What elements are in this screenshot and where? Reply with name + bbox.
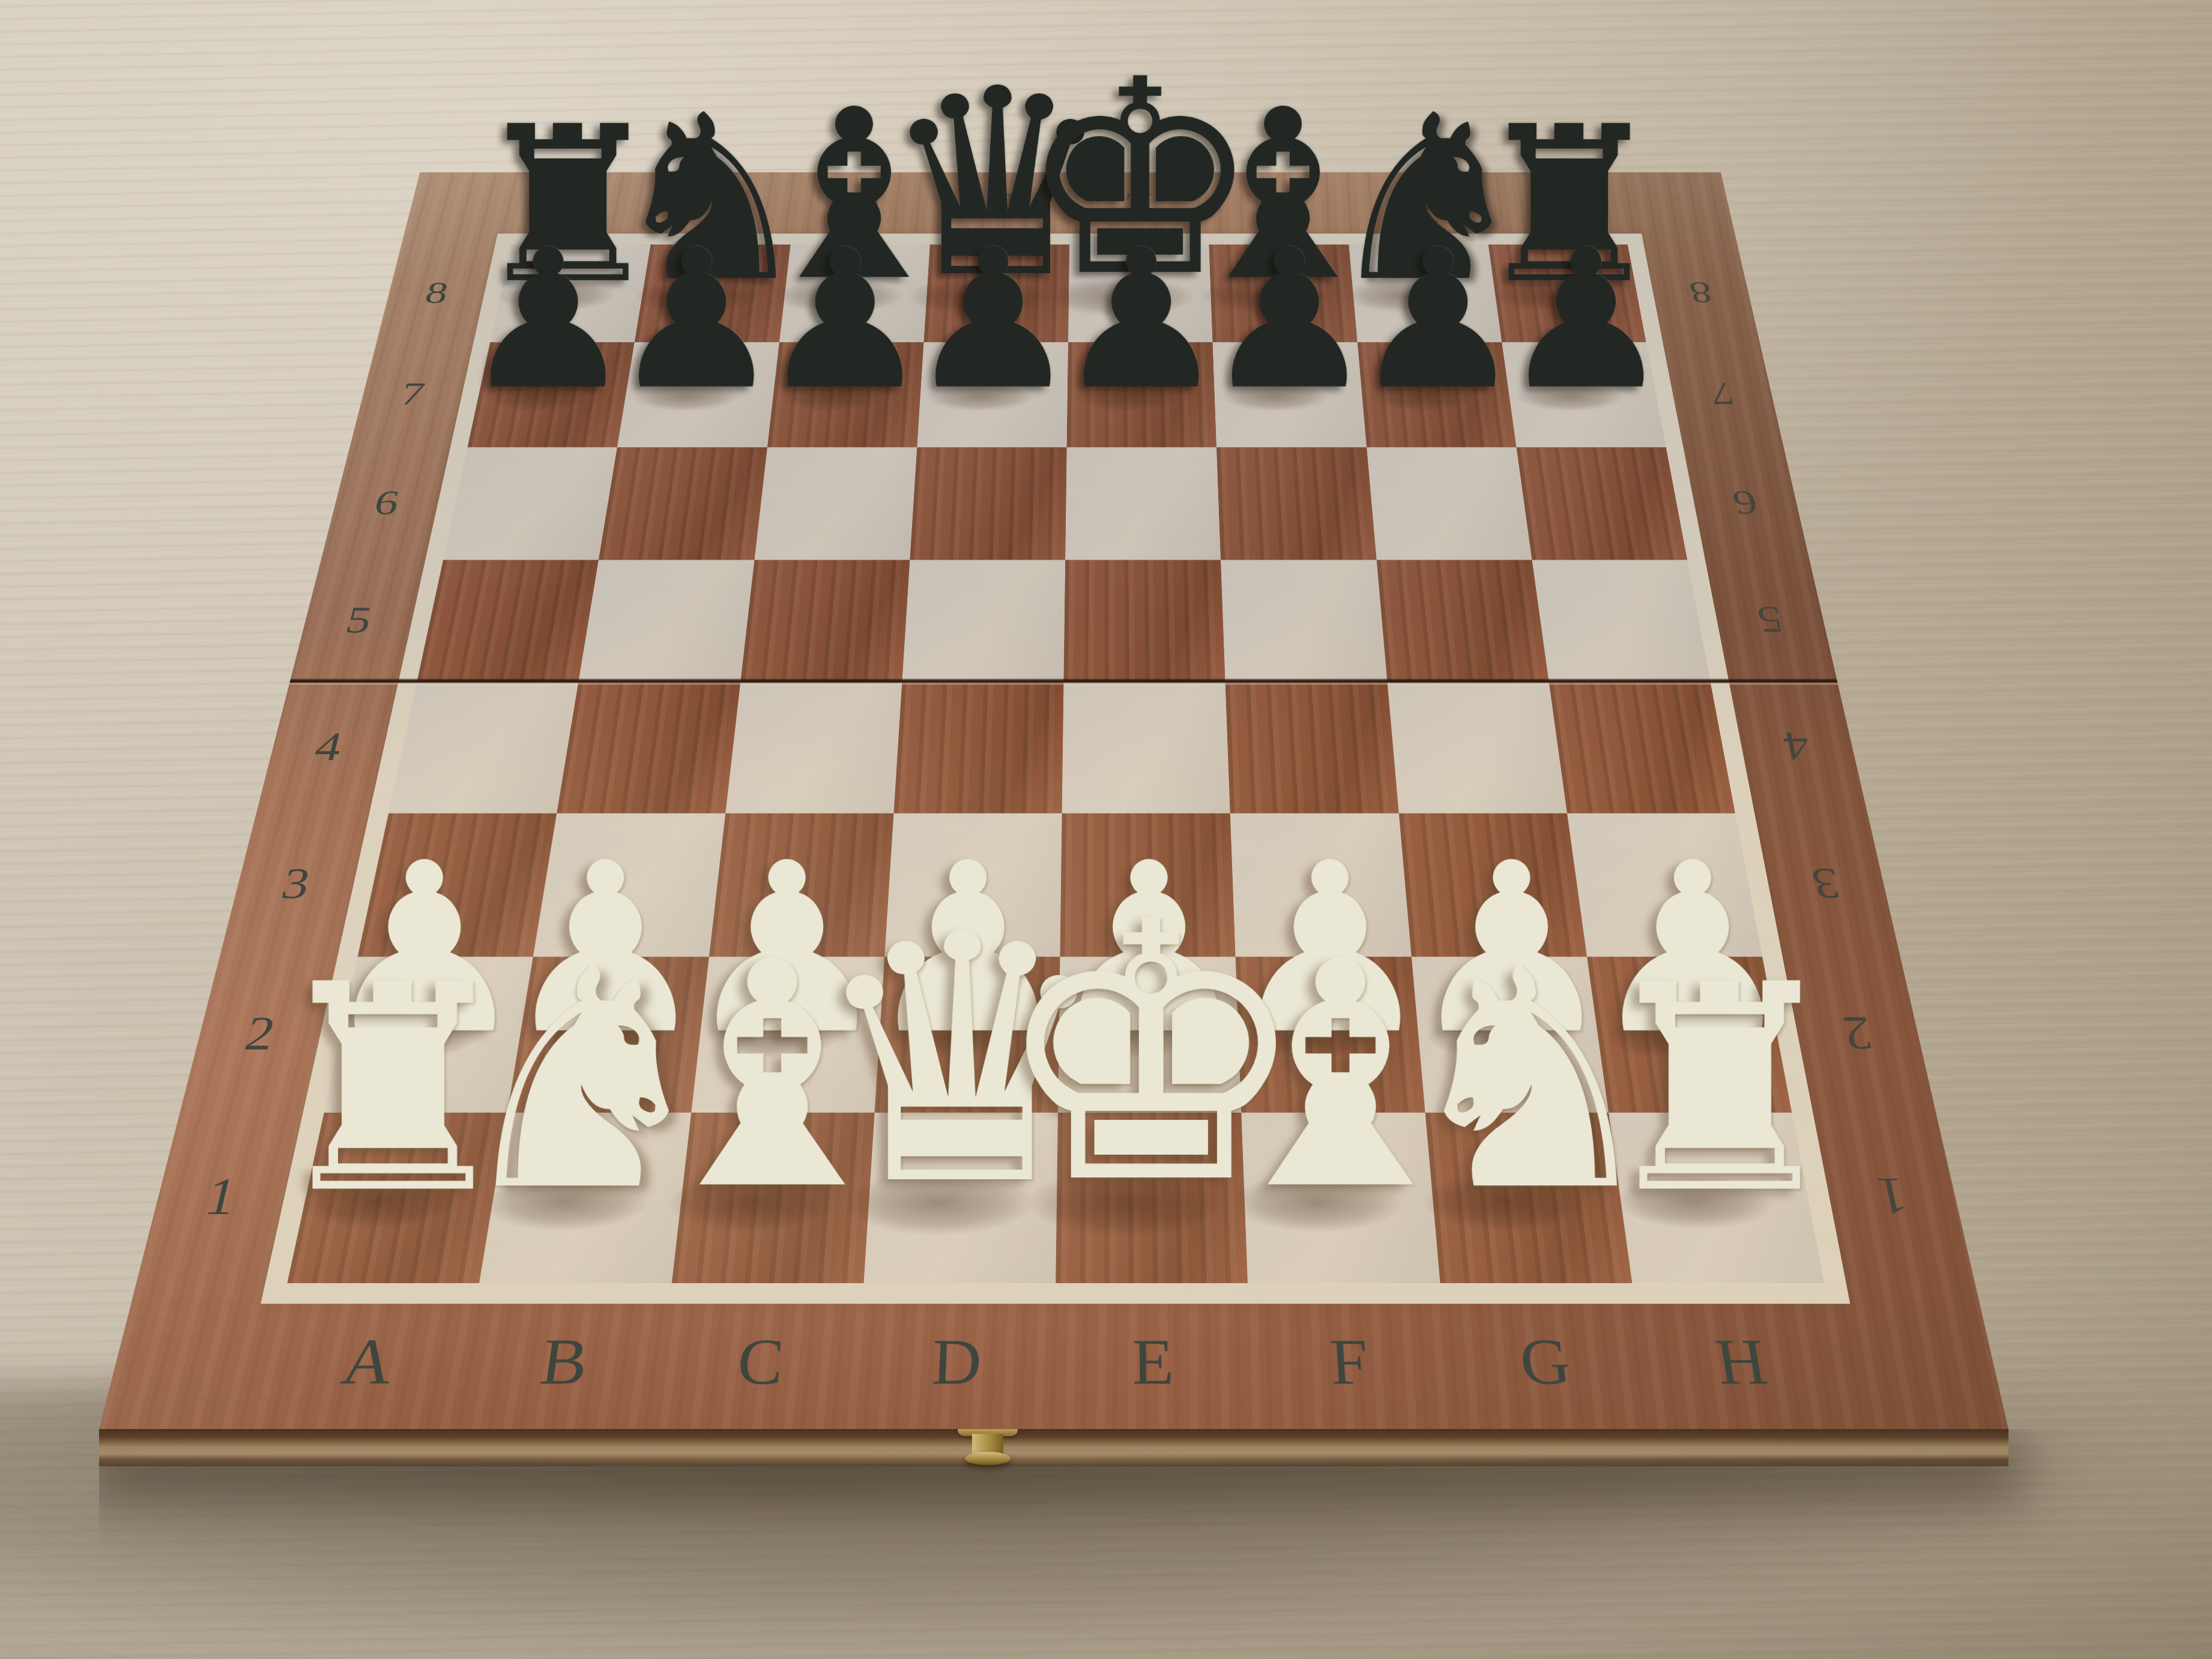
board-square-a5[interactable]	[417, 560, 599, 681]
board-square-e1[interactable]	[1056, 1113, 1248, 1283]
board-square-e8[interactable]	[1068, 244, 1213, 342]
board-square-g6[interactable]	[1367, 447, 1532, 560]
board-square-h2[interactable]	[1587, 956, 1792, 1113]
board-square-g3[interactable]	[1398, 814, 1586, 956]
board-square-d8[interactable]	[923, 244, 1069, 342]
chess-board: AA88BB77CC66DD55EE44FF33GG22HH11 ♜♞♝♛♚♝♞…	[99, 172, 2008, 1429]
board-square-e5[interactable]	[1063, 560, 1225, 681]
clasp-stem	[972, 1434, 1003, 1454]
board-square-h8[interactable]	[1488, 244, 1646, 342]
board-square-d4[interactable]	[893, 681, 1063, 814]
board-square-h5[interactable]	[1532, 560, 1710, 681]
board-square-h4[interactable]	[1549, 681, 1735, 814]
board-square-g8[interactable]	[1349, 244, 1502, 342]
clasp-knob	[965, 1452, 1011, 1465]
board-squares	[287, 244, 1824, 1283]
board-square-d6[interactable]	[910, 447, 1067, 560]
board-square-a4[interactable]	[388, 681, 579, 814]
board-square-f6[interactable]	[1216, 447, 1376, 560]
board-scene: AA88BB77CC66DD55EE44FF33GG22HH11 ♜♞♝♛♚♝♞…	[0, 0, 2212, 1659]
board-square-b5[interactable]	[579, 560, 754, 681]
board-front-edge	[99, 1429, 2008, 1466]
board-square-b7[interactable]	[617, 342, 779, 447]
board-square-b4[interactable]	[557, 681, 740, 814]
board-square-c8[interactable]	[779, 244, 930, 342]
board-square-a1[interactable]	[287, 1113, 507, 1283]
board-square-d7[interactable]	[917, 342, 1068, 447]
board-square-d5[interactable]	[902, 560, 1065, 681]
board-square-c5[interactable]	[740, 560, 910, 681]
board-square-h6[interactable]	[1516, 447, 1687, 560]
board-square-f3[interactable]	[1230, 814, 1411, 956]
board-square-a8[interactable]	[490, 244, 651, 342]
board-square-g4[interactable]	[1387, 681, 1567, 814]
board-square-b2[interactable]	[507, 956, 709, 1113]
board-square-b1[interactable]	[479, 1113, 690, 1283]
board-square-e7[interactable]	[1067, 342, 1217, 447]
board-square-c4[interactable]	[725, 681, 902, 814]
board-square-d3[interactable]	[884, 814, 1062, 956]
table-surface: AA88BB77CC66DD55EE44FF33GG22HH11 ♜♞♝♛♚♝♞…	[0, 0, 2212, 1659]
board-square-g7[interactable]	[1357, 342, 1516, 447]
board-square-c6[interactable]	[754, 447, 917, 560]
board-square-a2[interactable]	[324, 956, 533, 1113]
board-square-b6[interactable]	[599, 447, 767, 560]
board-square-e6[interactable]	[1065, 447, 1221, 560]
board-square-d1[interactable]	[863, 1113, 1058, 1283]
board-square-e2[interactable]	[1058, 956, 1242, 1113]
board-square-f2[interactable]	[1236, 956, 1425, 1113]
board-square-c2[interactable]	[691, 956, 884, 1113]
board-square-e3[interactable]	[1060, 814, 1235, 956]
board-square-f5[interactable]	[1221, 560, 1387, 681]
board-square-h7[interactable]	[1502, 342, 1666, 447]
board-square-c7[interactable]	[767, 342, 924, 447]
board-square-g5[interactable]	[1376, 560, 1549, 681]
board-square-f8[interactable]	[1209, 244, 1358, 342]
board-square-h3[interactable]	[1567, 814, 1762, 956]
board-square-d2[interactable]	[874, 956, 1060, 1113]
board-square-a3[interactable]	[358, 814, 557, 956]
board-square-g1[interactable]	[1425, 1113, 1632, 1283]
board-square-f7[interactable]	[1213, 342, 1367, 447]
board-square-h1[interactable]	[1609, 1113, 1824, 1283]
board-square-a7[interactable]	[468, 342, 635, 447]
board-square-b8[interactable]	[635, 244, 790, 342]
board-square-f1[interactable]	[1242, 1113, 1440, 1283]
board-square-f4[interactable]	[1225, 681, 1399, 814]
board-square-b3[interactable]	[533, 814, 725, 956]
board-square-c1[interactable]	[671, 1113, 874, 1283]
board-square-c3[interactable]	[709, 814, 894, 956]
board-square-a6[interactable]	[443, 447, 617, 560]
board-square-e4[interactable]	[1062, 681, 1230, 814]
brass-clasp	[958, 1421, 1018, 1467]
board-square-g2[interactable]	[1411, 956, 1608, 1113]
